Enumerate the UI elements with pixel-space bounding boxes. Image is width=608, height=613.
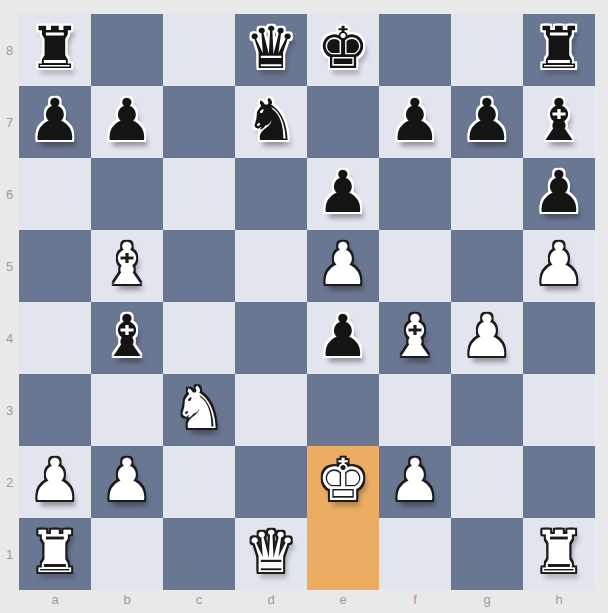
square-a2[interactable]: ♟	[19, 446, 91, 518]
square-b6[interactable]	[91, 158, 163, 230]
square-h7[interactable]: ♝	[523, 86, 595, 158]
file-labels: abcdefgh	[19, 590, 595, 613]
square-d2[interactable]	[235, 446, 307, 518]
file-label-h: h	[523, 590, 595, 613]
black-pawn[interactable]: ♟	[533, 163, 585, 221]
square-f5[interactable]	[379, 230, 451, 302]
black-pawn[interactable]: ♟	[29, 91, 81, 149]
square-f2[interactable]: ♟	[379, 446, 451, 518]
square-h8[interactable]: ♜	[523, 14, 595, 86]
rank-label-4: 4	[0, 302, 19, 374]
black-pawn[interactable]: ♟	[389, 91, 441, 149]
square-c1[interactable]	[163, 518, 235, 590]
square-f4[interactable]: ♝	[379, 302, 451, 374]
square-e7[interactable]	[307, 86, 379, 158]
white-rook[interactable]: ♜	[29, 523, 81, 581]
white-knight[interactable]: ♞	[173, 379, 225, 437]
rank-label-8: 8	[0, 14, 19, 86]
file-label-c: c	[163, 590, 235, 613]
square-c4[interactable]	[163, 302, 235, 374]
white-queen[interactable]: ♛	[245, 523, 297, 581]
square-d8[interactable]: ♛	[235, 14, 307, 86]
rank-label-3: 3	[0, 374, 19, 446]
white-pawn[interactable]: ♟	[533, 235, 585, 293]
square-c3[interactable]: ♞	[163, 374, 235, 446]
black-pawn[interactable]: ♟	[101, 91, 153, 149]
file-label-d: d	[235, 590, 307, 613]
square-f7[interactable]: ♟	[379, 86, 451, 158]
square-b1[interactable]	[91, 518, 163, 590]
square-d3[interactable]	[235, 374, 307, 446]
white-rook[interactable]: ♜	[533, 523, 585, 581]
square-f6[interactable]	[379, 158, 451, 230]
black-bishop[interactable]: ♝	[533, 91, 585, 149]
square-g1[interactable]	[451, 518, 523, 590]
white-pawn[interactable]: ♟	[101, 451, 153, 509]
white-bishop[interactable]: ♝	[101, 235, 153, 293]
black-bishop[interactable]: ♝	[101, 307, 153, 365]
square-f3[interactable]	[379, 374, 451, 446]
square-e2[interactable]: ♚	[307, 446, 379, 518]
file-label-a: a	[19, 590, 91, 613]
chess-board: ♜♛♚♜♟♟♞♟♟♝♟♟♝♟♟♝♟♝♟♞♟♟♚♟♜♛♜	[19, 14, 595, 590]
square-e1[interactable]	[307, 518, 379, 590]
square-c2[interactable]	[163, 446, 235, 518]
square-f1[interactable]	[379, 518, 451, 590]
square-f8[interactable]	[379, 14, 451, 86]
rank-labels: 87654321	[0, 14, 19, 590]
square-d5[interactable]	[235, 230, 307, 302]
file-label-e: e	[307, 590, 379, 613]
square-e8[interactable]: ♚	[307, 14, 379, 86]
black-rook[interactable]: ♜	[29, 19, 81, 77]
square-a6[interactable]	[19, 158, 91, 230]
white-pawn[interactable]: ♟	[461, 307, 513, 365]
black-queen[interactable]: ♛	[245, 19, 297, 77]
file-label-g: g	[451, 590, 523, 613]
square-h5[interactable]: ♟	[523, 230, 595, 302]
square-c5[interactable]	[163, 230, 235, 302]
file-label-f: f	[379, 590, 451, 613]
square-h6[interactable]: ♟	[523, 158, 595, 230]
square-d4[interactable]	[235, 302, 307, 374]
square-b8[interactable]	[91, 14, 163, 86]
square-a7[interactable]: ♟	[19, 86, 91, 158]
black-rook[interactable]: ♜	[533, 19, 585, 77]
square-c6[interactable]	[163, 158, 235, 230]
white-pawn[interactable]: ♟	[29, 451, 81, 509]
square-b2[interactable]: ♟	[91, 446, 163, 518]
black-pawn[interactable]: ♟	[317, 307, 369, 365]
square-d6[interactable]	[235, 158, 307, 230]
white-bishop[interactable]: ♝	[389, 307, 441, 365]
square-a8[interactable]: ♜	[19, 14, 91, 86]
file-label-b: b	[91, 590, 163, 613]
square-g7[interactable]: ♟	[451, 86, 523, 158]
square-b7[interactable]: ♟	[91, 86, 163, 158]
square-g4[interactable]: ♟	[451, 302, 523, 374]
square-b3[interactable]	[91, 374, 163, 446]
square-g6[interactable]	[451, 158, 523, 230]
white-pawn[interactable]: ♟	[317, 235, 369, 293]
square-a3[interactable]	[19, 374, 91, 446]
square-g5[interactable]	[451, 230, 523, 302]
square-e6[interactable]: ♟	[307, 158, 379, 230]
square-g3[interactable]	[451, 374, 523, 446]
white-king[interactable]: ♚	[317, 451, 369, 509]
black-pawn[interactable]: ♟	[461, 91, 513, 149]
square-e4[interactable]: ♟	[307, 302, 379, 374]
black-king[interactable]: ♚	[317, 19, 369, 77]
square-g2[interactable]	[451, 446, 523, 518]
square-h2[interactable]	[523, 446, 595, 518]
rank-label-6: 6	[0, 158, 19, 230]
black-pawn[interactable]: ♟	[317, 163, 369, 221]
rank-label-2: 2	[0, 446, 19, 518]
square-d7[interactable]: ♞	[235, 86, 307, 158]
rank-label-7: 7	[0, 86, 19, 158]
square-e5[interactable]: ♟	[307, 230, 379, 302]
square-h3[interactable]	[523, 374, 595, 446]
square-a1[interactable]: ♜	[19, 518, 91, 590]
square-g8[interactable]	[451, 14, 523, 86]
square-a5[interactable]	[19, 230, 91, 302]
square-h4[interactable]	[523, 302, 595, 374]
black-knight[interactable]: ♞	[245, 91, 297, 149]
rank-label-5: 5	[0, 230, 19, 302]
square-b4[interactable]: ♝	[91, 302, 163, 374]
square-b5[interactable]: ♝	[91, 230, 163, 302]
chess-app-stage: 87654321 ♜♛♚♜♟♟♞♟♟♝♟♟♝♟♟♝♟♝♟♞♟♟♚♟♜♛♜ abc…	[0, 0, 608, 613]
white-pawn[interactable]: ♟	[389, 451, 441, 509]
square-c7[interactable]	[163, 86, 235, 158]
square-a4[interactable]	[19, 302, 91, 374]
square-e3[interactable]	[307, 374, 379, 446]
square-h1[interactable]: ♜	[523, 518, 595, 590]
rank-label-1: 1	[0, 518, 19, 590]
square-c8[interactable]	[163, 14, 235, 86]
square-d1[interactable]: ♛	[235, 518, 307, 590]
